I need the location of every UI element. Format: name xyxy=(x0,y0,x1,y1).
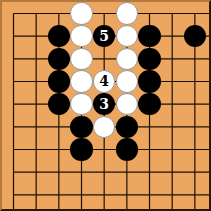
board-point[interactable] xyxy=(25,138,48,161)
board-point[interactable] xyxy=(48,138,71,161)
black-stone: 5 xyxy=(93,25,115,47)
board-point[interactable] xyxy=(115,70,138,93)
board-point[interactable] xyxy=(70,2,93,25)
board-point[interactable] xyxy=(115,93,138,116)
board-point[interactable] xyxy=(183,138,206,161)
board-point[interactable] xyxy=(70,115,93,138)
board-point[interactable] xyxy=(70,161,93,184)
board-point[interactable] xyxy=(93,161,116,184)
black-stone xyxy=(184,25,206,47)
white-stone xyxy=(70,93,92,115)
board-point[interactable] xyxy=(115,138,138,161)
board-point[interactable] xyxy=(70,93,93,116)
board-point[interactable] xyxy=(2,138,25,161)
black-stone xyxy=(116,138,138,160)
black-stone: 3 xyxy=(93,93,115,115)
board-point[interactable] xyxy=(48,25,71,48)
board-point[interactable] xyxy=(115,2,138,25)
board-point[interactable] xyxy=(161,138,184,161)
white-stone xyxy=(70,2,92,24)
black-stone xyxy=(48,48,70,70)
board-point[interactable] xyxy=(115,183,138,206)
board-point[interactable] xyxy=(161,70,184,93)
board-point[interactable] xyxy=(2,161,25,184)
board-point[interactable] xyxy=(93,2,116,25)
black-stone xyxy=(138,70,160,92)
board-point[interactable] xyxy=(93,48,116,71)
board-point[interactable] xyxy=(138,138,161,161)
black-stone xyxy=(48,25,70,47)
black-stone xyxy=(48,70,70,92)
board-grid: 543 xyxy=(2,2,206,206)
board-point[interactable] xyxy=(115,115,138,138)
black-stone xyxy=(70,138,92,160)
board-point[interactable] xyxy=(2,48,25,71)
board-point[interactable] xyxy=(183,48,206,71)
white-stone xyxy=(116,93,138,115)
board-point[interactable] xyxy=(25,183,48,206)
board-point[interactable] xyxy=(161,183,184,206)
white-stone xyxy=(116,48,138,70)
board-point[interactable] xyxy=(25,48,48,71)
board-point[interactable] xyxy=(48,48,71,71)
board-point[interactable] xyxy=(183,183,206,206)
board-point[interactable] xyxy=(161,48,184,71)
board-point[interactable] xyxy=(115,48,138,71)
board-point[interactable] xyxy=(161,161,184,184)
board-point[interactable] xyxy=(25,25,48,48)
board-point[interactable] xyxy=(70,138,93,161)
board-point[interactable] xyxy=(93,183,116,206)
board-point[interactable] xyxy=(138,115,161,138)
board-point[interactable] xyxy=(183,70,206,93)
board-point[interactable] xyxy=(25,70,48,93)
board-point[interactable] xyxy=(183,2,206,25)
go-board: 543 xyxy=(0,0,211,211)
white-stone xyxy=(70,48,92,70)
board-point[interactable] xyxy=(2,2,25,25)
board-point[interactable] xyxy=(48,161,71,184)
board-point[interactable]: 4 xyxy=(93,70,116,93)
board-point[interactable] xyxy=(138,2,161,25)
board-point[interactable] xyxy=(70,48,93,71)
black-stone xyxy=(48,93,70,115)
white-stone xyxy=(70,70,92,92)
board-point[interactable] xyxy=(48,70,71,93)
black-stone xyxy=(138,93,160,115)
white-stone xyxy=(93,116,115,138)
move-number-label: 5 xyxy=(99,25,109,47)
board-point[interactable] xyxy=(70,70,93,93)
board-point[interactable] xyxy=(183,115,206,138)
white-stone xyxy=(116,25,138,47)
board-point[interactable] xyxy=(25,93,48,116)
board-point[interactable] xyxy=(115,25,138,48)
board-point[interactable] xyxy=(93,138,116,161)
board-point[interactable] xyxy=(115,161,138,184)
board-point[interactable] xyxy=(70,183,93,206)
board-point[interactable] xyxy=(138,161,161,184)
board-point[interactable] xyxy=(25,161,48,184)
black-stone xyxy=(116,116,138,138)
board-point[interactable] xyxy=(25,2,48,25)
black-stone xyxy=(138,25,160,47)
board-point[interactable] xyxy=(161,25,184,48)
board-point[interactable] xyxy=(138,70,161,93)
board-point[interactable] xyxy=(183,93,206,116)
board-point[interactable] xyxy=(183,25,206,48)
white-stone: 4 xyxy=(93,70,115,92)
black-stone xyxy=(138,48,160,70)
board-point[interactable] xyxy=(138,25,161,48)
move-number-label: 3 xyxy=(99,93,109,115)
board-point[interactable] xyxy=(48,2,71,25)
black-stone xyxy=(70,116,92,138)
board-point[interactable] xyxy=(183,161,206,184)
white-stone xyxy=(70,25,92,47)
board-point[interactable] xyxy=(161,115,184,138)
move-number-label: 4 xyxy=(99,70,109,92)
board-point[interactable] xyxy=(161,2,184,25)
board-point[interactable] xyxy=(2,183,25,206)
board-point[interactable] xyxy=(70,25,93,48)
board-point[interactable] xyxy=(138,183,161,206)
board-point[interactable] xyxy=(2,70,25,93)
board-point[interactable] xyxy=(138,48,161,71)
board-point[interactable] xyxy=(48,183,71,206)
board-point[interactable] xyxy=(161,93,184,116)
board-point[interactable] xyxy=(93,115,116,138)
white-stone xyxy=(116,70,138,92)
board-point[interactable] xyxy=(2,25,25,48)
board-point[interactable] xyxy=(48,93,71,116)
white-stone xyxy=(116,2,138,24)
board-point[interactable] xyxy=(138,93,161,116)
board-point[interactable]: 3 xyxy=(93,93,116,116)
board-point[interactable]: 5 xyxy=(93,25,116,48)
board-point[interactable] xyxy=(48,115,71,138)
board-point[interactable] xyxy=(25,115,48,138)
board-point[interactable] xyxy=(2,93,25,116)
board-point[interactable] xyxy=(2,115,25,138)
